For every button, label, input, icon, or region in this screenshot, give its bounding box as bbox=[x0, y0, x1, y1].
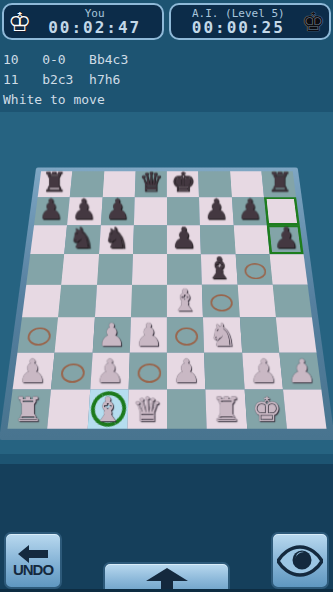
piece-black-pawn-g7[interactable]: ♟ bbox=[233, 194, 266, 224]
move-hint-ring bbox=[243, 263, 266, 279]
square-f7[interactable]: ♟ bbox=[199, 197, 233, 225]
square-b5[interactable] bbox=[61, 254, 98, 285]
square-d8[interactable]: ♛ bbox=[134, 171, 166, 197]
square-f3[interactable]: ♞ bbox=[203, 317, 242, 352]
piece-black-pawn-b7[interactable]: ♟ bbox=[67, 194, 100, 224]
piece-white-queen-d1[interactable]: ♛ bbox=[127, 391, 167, 427]
square-h2[interactable]: ♟ bbox=[279, 352, 321, 389]
square-b4[interactable] bbox=[58, 285, 96, 318]
square-h3[interactable] bbox=[275, 317, 316, 352]
square-h6[interactable]: ♟ bbox=[266, 225, 303, 254]
board-frame: ♜♛♚♜♟♟♟♟♟♞♞♟♟♝♝♟♟♞♟♟♟♟♟♜♝♛♜♚ bbox=[0, 167, 333, 440]
square-f2[interactable] bbox=[204, 352, 244, 389]
piece-white-bishop-c1[interactable]: ♝ bbox=[87, 391, 127, 427]
piece-black-knight-b6[interactable]: ♞ bbox=[64, 222, 98, 252]
square-e1[interactable] bbox=[167, 389, 207, 428]
black-king-icon: ♚ bbox=[302, 9, 325, 35]
square-g7[interactable]: ♟ bbox=[231, 197, 266, 225]
square-g3[interactable] bbox=[239, 317, 279, 352]
square-a4[interactable] bbox=[22, 285, 61, 318]
piece-white-bishop-e4[interactable]: ♝ bbox=[167, 284, 203, 316]
square-e2[interactable]: ♟ bbox=[167, 352, 206, 389]
move-hint-ring bbox=[60, 363, 85, 382]
square-d5[interactable] bbox=[131, 254, 166, 285]
move-line: 10 0-0 Bb4c3 bbox=[3, 50, 330, 70]
square-a2[interactable]: ♟ bbox=[12, 352, 54, 389]
square-g4[interactable] bbox=[237, 285, 275, 318]
piece-black-pawn-c7[interactable]: ♟ bbox=[100, 194, 133, 224]
piece-white-rook-a1[interactable]: ♜ bbox=[8, 391, 48, 427]
undo-button-label: UNDO bbox=[13, 563, 53, 577]
square-a5[interactable] bbox=[26, 254, 64, 285]
square-b6[interactable]: ♞ bbox=[64, 225, 100, 254]
square-d3[interactable]: ♟ bbox=[129, 317, 166, 352]
left-arrow-icon bbox=[18, 545, 48, 563]
square-d4[interactable] bbox=[130, 285, 166, 318]
square-g5[interactable] bbox=[235, 254, 272, 285]
clock-bar: ♔ You 00:02:47 A.I. (Level 5) 00:00:25 ♚ bbox=[0, 0, 333, 42]
square-c4[interactable] bbox=[94, 285, 131, 318]
square-g1[interactable]: ♚ bbox=[244, 389, 286, 428]
piece-white-pawn-c3[interactable]: ♟ bbox=[92, 317, 129, 350]
square-c3[interactable]: ♟ bbox=[92, 317, 131, 352]
square-a7[interactable]: ♟ bbox=[34, 197, 70, 225]
square-b3[interactable] bbox=[54, 317, 94, 352]
ai-clock-time: 00:00:25 bbox=[192, 20, 285, 36]
player-clock-time: 00:02:47 bbox=[48, 20, 141, 36]
piece-white-pawn-h2[interactable]: ♟ bbox=[282, 353, 320, 387]
square-c6[interactable]: ♞ bbox=[98, 225, 133, 254]
piece-black-pawn-a7[interactable]: ♟ bbox=[34, 194, 67, 224]
eye-icon bbox=[277, 545, 323, 577]
square-h4[interactable] bbox=[272, 285, 311, 318]
square-d2[interactable] bbox=[128, 352, 167, 389]
square-a3[interactable] bbox=[17, 317, 58, 352]
move-list: 10 0-0 Bb4c3 11 b2c3 h7h6 White to move bbox=[0, 42, 333, 110]
square-f5[interactable]: ♝ bbox=[201, 254, 237, 285]
square-f1[interactable]: ♜ bbox=[205, 389, 246, 428]
piece-black-bishop-f5[interactable]: ♝ bbox=[202, 252, 237, 283]
piece-white-rook-f1[interactable]: ♜ bbox=[206, 391, 246, 427]
square-g6[interactable] bbox=[233, 225, 269, 254]
piece-black-king-e8[interactable]: ♚ bbox=[167, 168, 199, 197]
square-a6[interactable] bbox=[30, 225, 67, 254]
square-b1[interactable] bbox=[47, 389, 89, 428]
move-hint-ring bbox=[137, 363, 161, 382]
square-d1[interactable]: ♛ bbox=[127, 389, 167, 428]
board-section: ♜♛♚♜♟♟♟♟♟♞♞♟♟♝♝♟♟♞♟♟♟♟♟♜♝♛♜♚ bbox=[0, 112, 333, 454]
ai-name-label: A.I. (Level 5) bbox=[192, 8, 285, 19]
eye-button[interactable] bbox=[271, 532, 329, 589]
player-clock-panel: ♔ You 00:02:47 bbox=[2, 3, 164, 40]
square-e5[interactable] bbox=[167, 254, 202, 285]
move-line: 11 b2c3 h7h6 bbox=[3, 70, 330, 90]
square-d6[interactable] bbox=[132, 225, 166, 254]
ai-clock-panel: A.I. (Level 5) 00:00:25 ♚ bbox=[169, 3, 331, 40]
turn-status-text: White to move bbox=[3, 90, 330, 110]
piece-black-pawn-h6[interactable]: ♟ bbox=[269, 222, 303, 252]
square-e3[interactable] bbox=[167, 317, 204, 352]
square-f4[interactable] bbox=[202, 285, 239, 318]
square-c2[interactable]: ♟ bbox=[89, 352, 129, 389]
bottom-toolbar: UNDO bbox=[0, 464, 333, 592]
square-b2[interactable] bbox=[51, 352, 92, 389]
square-e8[interactable]: ♚ bbox=[167, 171, 199, 197]
chess-board: ♜♛♚♜♟♟♟♟♟♞♞♟♟♝♝♟♟♞♟♟♟♟♟♜♝♛♜♚ bbox=[7, 171, 326, 428]
move-hint-ring bbox=[26, 328, 51, 346]
square-h1[interactable] bbox=[282, 389, 326, 428]
piece-black-knight-c6[interactable]: ♞ bbox=[98, 222, 132, 252]
square-c1[interactable]: ♝ bbox=[87, 389, 128, 428]
piece-black-pawn-f7[interactable]: ♟ bbox=[200, 194, 233, 224]
piece-white-pawn-c2[interactable]: ♟ bbox=[90, 353, 128, 387]
piece-white-pawn-g2[interactable]: ♟ bbox=[243, 353, 281, 387]
piece-white-pawn-d3[interactable]: ♟ bbox=[129, 317, 166, 350]
square-h8[interactable]: ♜ bbox=[261, 171, 296, 197]
square-h5[interactable] bbox=[269, 254, 307, 285]
player-name-label: You bbox=[85, 8, 105, 19]
move-hint-ring bbox=[175, 328, 198, 346]
square-c5[interactable] bbox=[96, 254, 132, 285]
move-hint-ring bbox=[210, 294, 233, 311]
piece-white-knight-f3[interactable]: ♞ bbox=[204, 317, 241, 350]
piece-white-king-g1[interactable]: ♚ bbox=[246, 391, 286, 427]
piece-black-queen-d8[interactable]: ♛ bbox=[134, 168, 166, 197]
square-d7[interactable] bbox=[133, 197, 166, 225]
piece-white-pawn-e2[interactable]: ♟ bbox=[167, 353, 205, 387]
square-e6[interactable]: ♟ bbox=[167, 225, 201, 254]
raise-board-button[interactable] bbox=[103, 562, 230, 592]
piece-black-pawn-e6[interactable]: ♟ bbox=[167, 222, 201, 252]
undo-button[interactable]: UNDO bbox=[4, 532, 62, 589]
white-king-icon: ♔ bbox=[8, 9, 31, 35]
square-g2[interactable]: ♟ bbox=[241, 352, 282, 389]
square-a1[interactable]: ♜ bbox=[7, 389, 51, 428]
piece-white-pawn-a2[interactable]: ♟ bbox=[13, 353, 51, 387]
square-e4[interactable]: ♝ bbox=[167, 285, 203, 318]
piece-black-rook-h8[interactable]: ♜ bbox=[263, 168, 295, 197]
